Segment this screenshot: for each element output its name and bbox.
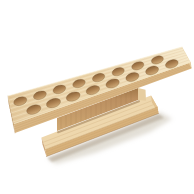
- rib-end-face: [138, 88, 146, 101]
- rack-photo-svg: [0, 0, 194, 194]
- photo-canvas: [0, 0, 194, 194]
- product-photo-wooden-rack: [0, 0, 194, 194]
